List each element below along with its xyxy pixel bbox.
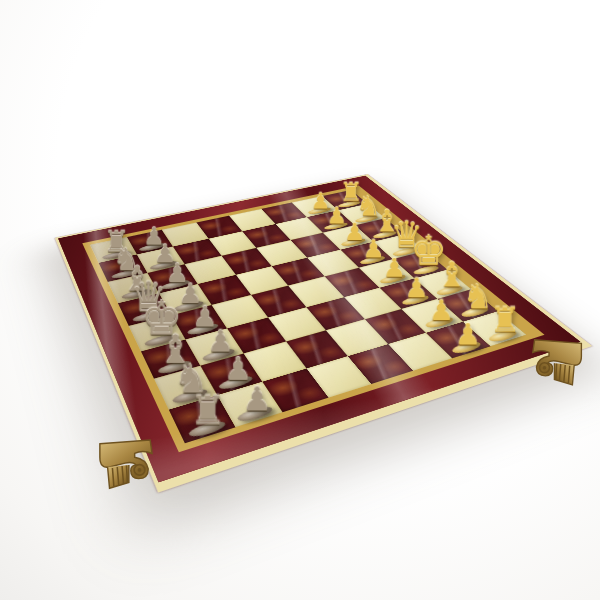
board-foot-right-icon [530,338,586,392]
piece-bronze-rook[interactable]: ♜ [182,391,235,431]
board-frame: ♜♟♟♜♞♟♟♞♝♟♟♝♛♟♟♛♚♟♟♚♝♟♟♝♞♟♟♞♜♟♟♜ [58,176,580,482]
photo-background: ♜♟♟♜♞♟♟♞♝♟♟♝♛♟♟♛♚♟♟♚♝♟♟♝♞♟♟♞♜♟♟♜ [0,0,600,600]
piece-bronze-pawn[interactable]: ♟ [231,383,282,416]
piece-gold-pawn[interactable]: ♟ [445,320,491,349]
board-gold-trim: ♜♟♟♜♞♟♟♞♝♟♟♝♛♟♟♛♚♟♟♚♝♟♟♝♞♟♟♞♜♟♟♜ [82,186,544,453]
board-grid: ♜♟♟♜♞♟♟♞♝♟♟♝♛♟♟♛♚♟♟♚♝♟♟♝♞♟♟♞♜♟♟♜ [90,190,526,443]
board-foot-left-icon [96,438,154,496]
